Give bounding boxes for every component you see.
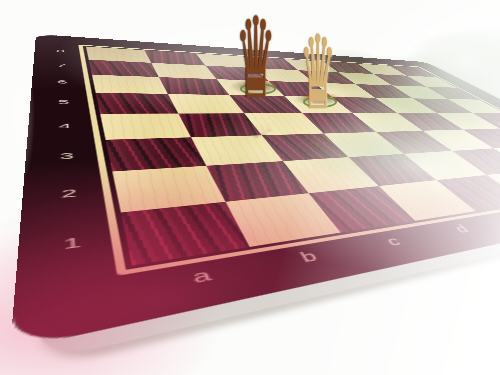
- square-a5[interactable]: [96, 92, 178, 113]
- file-label-e: e: [496, 211, 500, 226]
- file-label-c: c: [366, 231, 419, 252]
- file-label-b: b: [277, 244, 339, 269]
- rank-label-4: 4: [39, 122, 92, 130]
- rank-label-5: 5: [40, 99, 88, 105]
- square-a6[interactable]: [92, 75, 167, 94]
- photo-canvas: 12345678 abcdefgh ♛ ♛ ♛ ♛: [0, 0, 500, 375]
- black-queen[interactable]: ♛: [236, 2, 276, 114]
- rank-label-8: 8: [42, 48, 79, 54]
- square-a4[interactable]: [100, 114, 190, 140]
- file-label-d: d: [437, 220, 484, 238]
- rank-label-2: 2: [36, 185, 102, 202]
- rank-label-1: 1: [33, 231, 110, 256]
- white-queen[interactable]: ♛: [300, 22, 337, 124]
- rank-label-3: 3: [37, 150, 96, 162]
- board-squares: [86, 46, 500, 265]
- rank-label-7: 7: [41, 62, 81, 68]
- file-label-a: a: [164, 261, 237, 291]
- rank-label-6: 6: [40, 79, 83, 85]
